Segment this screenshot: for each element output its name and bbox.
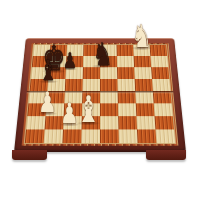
chess-photo-canvas: ♞♚♟♞♝♟♟♝ (0, 0, 200, 200)
square-f7[interactable] (117, 56, 134, 67)
white-knight-g7[interactable]: ♞ (130, 21, 153, 52)
black-knight-e6[interactable]: ♞ (91, 39, 114, 70)
square-f3[interactable] (118, 103, 136, 116)
square-b1[interactable] (44, 129, 63, 143)
square-h6[interactable] (151, 67, 169, 79)
square-g7[interactable] (134, 56, 152, 67)
square-e3[interactable] (100, 103, 118, 116)
square-f6[interactable] (117, 67, 135, 79)
square-g2[interactable] (136, 116, 155, 129)
board-foot-right (146, 150, 186, 160)
square-g3[interactable] (136, 103, 155, 116)
square-g6[interactable] (134, 67, 152, 79)
square-h2[interactable] (155, 116, 174, 129)
black-bishop-b5[interactable]: ♝ (38, 57, 59, 85)
square-e1[interactable] (100, 129, 119, 143)
square-g5[interactable] (135, 79, 153, 91)
white-bishop-d2[interactable]: ♝ (75, 91, 102, 127)
square-h5[interactable] (152, 79, 170, 91)
square-g1[interactable] (137, 129, 156, 143)
square-h1[interactable] (155, 129, 175, 143)
square-a1[interactable] (25, 129, 45, 143)
square-g4[interactable] (135, 91, 153, 103)
square-h7[interactable] (150, 56, 168, 67)
square-f5[interactable] (117, 79, 135, 91)
square-h4[interactable] (153, 91, 172, 103)
black-pawn-c6[interactable]: ♟ (62, 50, 78, 72)
square-f2[interactable] (118, 116, 137, 129)
square-d1[interactable] (81, 129, 100, 143)
board-foot-left (12, 150, 47, 160)
square-h3[interactable] (154, 103, 173, 116)
square-c1[interactable] (62, 129, 81, 143)
white-pawn-b3[interactable]: ♟ (37, 89, 58, 117)
square-e4[interactable] (100, 91, 118, 103)
square-f4[interactable] (118, 91, 136, 103)
square-e5[interactable] (100, 79, 118, 91)
square-f1[interactable] (118, 129, 137, 143)
